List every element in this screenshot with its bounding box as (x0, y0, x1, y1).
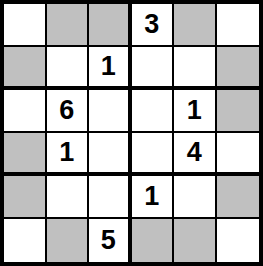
cell-r4c5[interactable]: 4 (174, 133, 217, 176)
cell-r5c4[interactable]: 1 (132, 176, 175, 219)
cell-r4c6[interactable] (217, 133, 260, 176)
cell-r2c4[interactable] (132, 47, 175, 90)
cell-r1c3[interactable] (89, 4, 132, 47)
cell-r6c4[interactable] (132, 219, 175, 262)
cell-r4c3[interactable] (89, 133, 132, 176)
cell-r2c6[interactable] (217, 47, 260, 90)
cell-r3c4[interactable] (132, 90, 175, 133)
cell-r4c4[interactable] (132, 133, 175, 176)
cell-r6c6[interactable] (217, 219, 260, 262)
cell-r5c3[interactable] (89, 176, 132, 219)
cell-r5c6[interactable] (217, 176, 260, 219)
cell-r1c4[interactable]: 3 (132, 4, 175, 47)
cell-digit: 1 (59, 139, 74, 166)
cell-r1c2[interactable] (47, 4, 90, 47)
cell-r6c1[interactable] (4, 219, 47, 262)
cell-digit: 5 (101, 227, 116, 254)
cell-r6c2[interactable] (47, 219, 90, 262)
puzzle-board: 3 1 6 1 1 4 1 5 (0, 0, 263, 266)
cell-digit: 3 (144, 11, 159, 38)
cell-r1c1[interactable] (4, 4, 47, 47)
cell-r1c5[interactable] (174, 4, 217, 47)
cell-digit: 1 (144, 183, 159, 210)
cell-digit: 1 (187, 97, 202, 124)
cell-digit: 1 (101, 53, 116, 80)
cell-r6c3[interactable]: 5 (89, 219, 132, 262)
cell-r2c5[interactable] (174, 47, 217, 90)
cell-r3c1[interactable] (4, 90, 47, 133)
cell-r3c6[interactable] (217, 90, 260, 133)
cell-r2c3[interactable]: 1 (89, 47, 132, 90)
cell-r6c5[interactable] (174, 219, 217, 262)
cell-digit: 6 (59, 97, 74, 124)
cell-r2c2[interactable] (47, 47, 90, 90)
cell-r3c3[interactable] (89, 90, 132, 133)
cell-r5c5[interactable] (174, 176, 217, 219)
cell-r1c6[interactable] (217, 4, 260, 47)
cell-digit: 4 (187, 139, 202, 166)
cell-r5c1[interactable] (4, 176, 47, 219)
cell-r3c5[interactable]: 1 (174, 90, 217, 133)
cell-r4c1[interactable] (4, 133, 47, 176)
cell-r2c1[interactable] (4, 47, 47, 90)
cell-r3c2[interactable]: 6 (47, 90, 90, 133)
cell-r5c2[interactable] (47, 176, 90, 219)
cell-r4c2[interactable]: 1 (47, 133, 90, 176)
